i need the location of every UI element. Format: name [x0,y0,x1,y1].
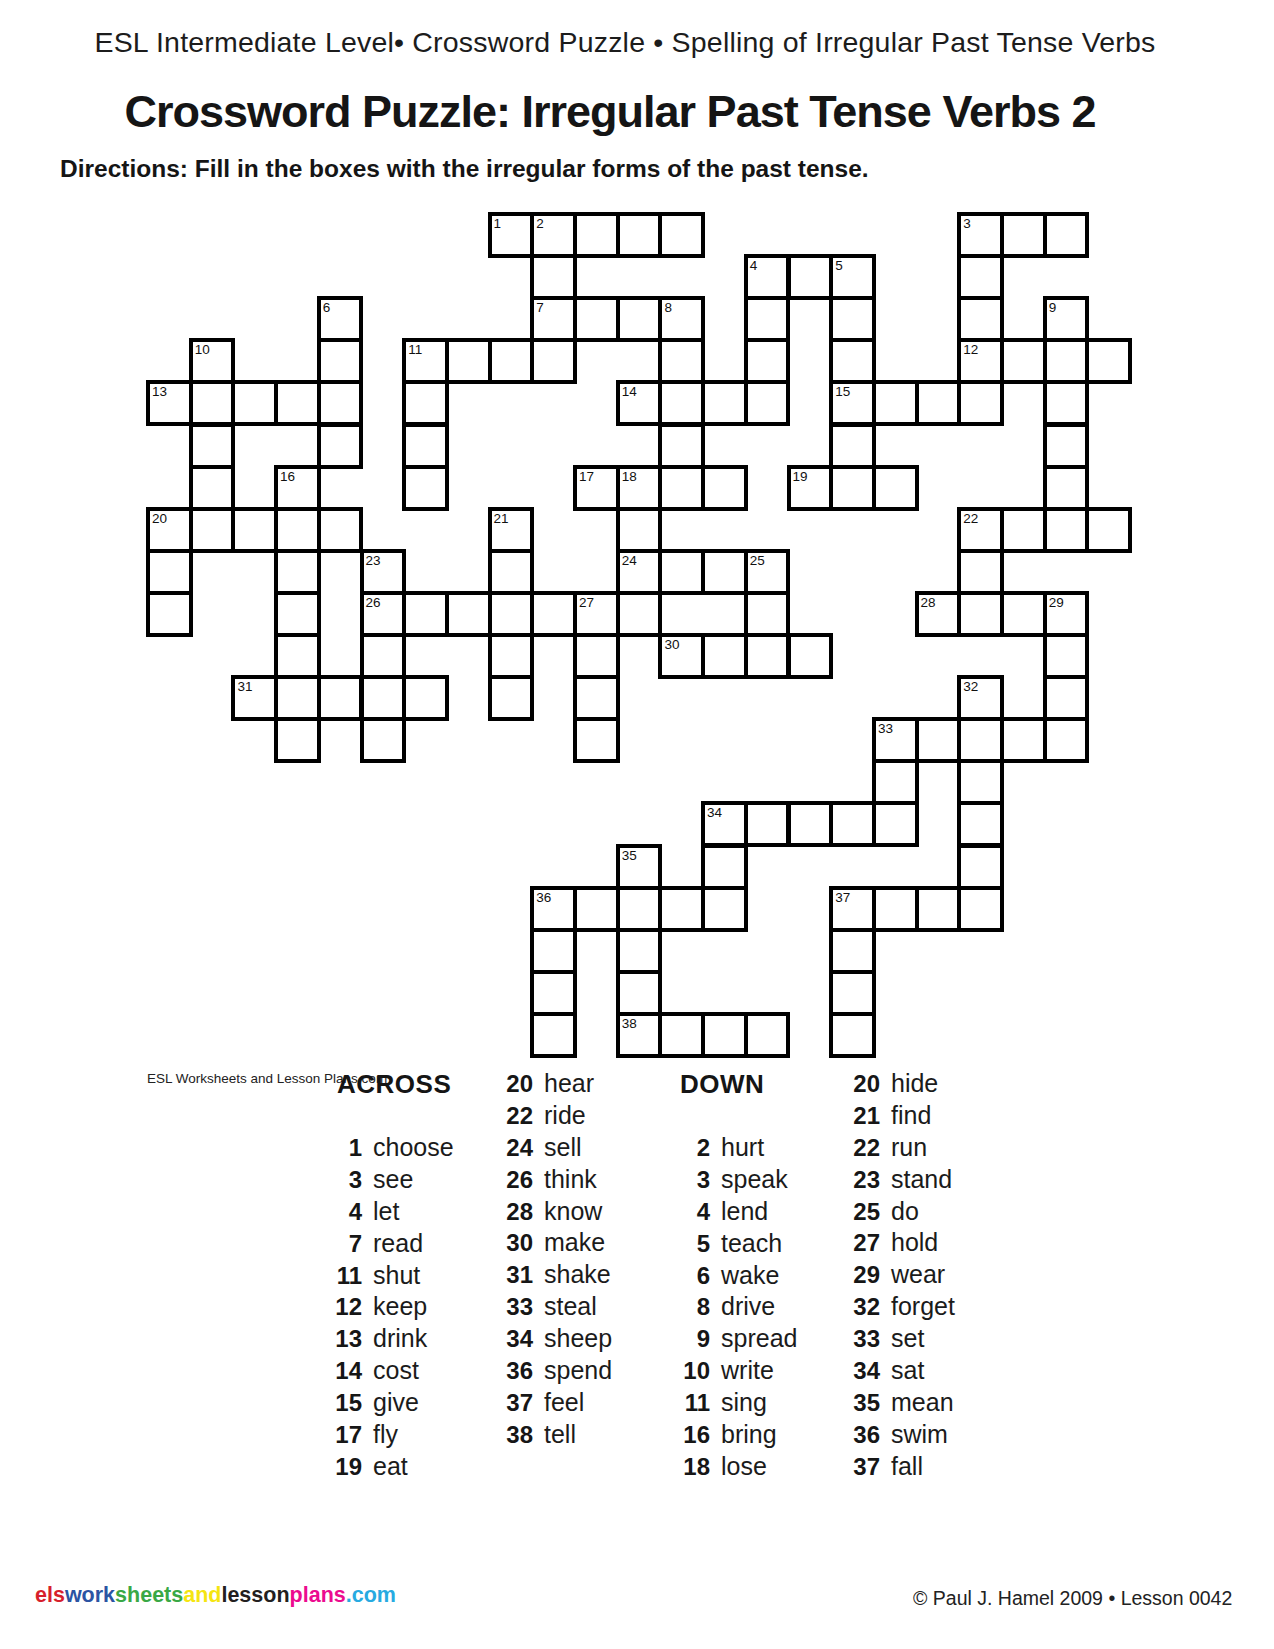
grid-cell[interactable] [957,380,1004,426]
grid-cell[interactable]: 12 [957,338,1004,384]
grid-cell[interactable] [616,928,663,974]
clue-number: 20 [152,512,167,527]
clue-item: 14cost [328,1356,454,1388]
grid-cell[interactable] [872,759,919,805]
grid-cell[interactable]: 38 [616,1012,663,1058]
grid-cell[interactable] [616,970,663,1016]
grid-cell[interactable]: 14 [616,380,663,426]
clue-item-word: make [544,1228,605,1257]
grid-cell[interactable] [616,296,663,342]
grid-cell[interactable]: 7 [530,296,577,342]
clue-number: 1 [494,217,502,232]
grid-cell[interactable] [915,380,962,426]
clue-item-number: 33 [499,1293,533,1321]
grid-cell[interactable]: 6 [317,296,364,342]
clue-item: 12keep [328,1292,454,1324]
grid-cell[interactable]: 4 [744,254,791,300]
grid-cell[interactable]: 28 [915,591,962,637]
grid-cell[interactable] [317,338,364,384]
grid-cell[interactable]: 2 [530,212,577,258]
grid-cell[interactable] [530,591,577,637]
logo-segment: lesson [221,1583,289,1607]
grid-cell[interactable] [573,296,620,342]
grid-cell[interactable] [402,675,449,721]
clue-item-word: give [373,1388,419,1417]
clue-item-word: lend [721,1197,768,1226]
logo-segment: .com [346,1583,396,1607]
grid-cell[interactable] [701,844,748,890]
grid-cell[interactable] [488,338,535,384]
grid-cell[interactable] [573,886,620,932]
grid-cell[interactable] [530,970,577,1016]
grid-cell[interactable]: 1 [488,212,535,258]
clue-item-word: wake [721,1261,779,1290]
grid-cell[interactable]: 3 [957,212,1004,258]
copyright-text: © Paul J. Hamel 2009 • Lesson 0042 [913,1587,1232,1610]
grid-cell[interactable] [274,549,321,595]
grid-cell[interactable] [274,717,321,763]
logo-segment: sheets [115,1583,183,1607]
grid-cell[interactable] [872,465,919,511]
grid-cell[interactable] [957,801,1004,847]
grid-cell[interactable] [957,591,1004,637]
clue-number: 3 [963,217,971,232]
down-clues-col2: 20hide21find22run23stand25do27hold29wear… [846,1069,955,1484]
grid-cell[interactable] [957,844,1004,890]
grid-cell[interactable] [658,886,705,932]
site-logo-link[interactable]: elsworksheetsandlessonplans.com [35,1583,396,1608]
grid-cell[interactable] [360,675,407,721]
grid-cell[interactable]: 13 [146,380,193,426]
grid-cell[interactable]: 11 [402,338,449,384]
clue-item-word: hide [891,1069,938,1098]
grid-cell[interactable] [957,759,1004,805]
clue-number: 14 [622,385,637,400]
grid-cell[interactable] [488,633,535,679]
grid-cell[interactable] [701,633,748,679]
grid-cell[interactable] [744,338,791,384]
logo-segment: and [183,1583,221,1607]
crossword-grid: 1234567891011121314151617181920212223242… [146,212,1136,1062]
grid-cell[interactable]: 20 [146,507,193,553]
clue-item-number: 23 [846,1166,880,1194]
grid-cell[interactable] [488,591,535,637]
clue-item-word: write [721,1356,774,1385]
grid-cell[interactable]: 18 [616,465,663,511]
grid-cell[interactable]: 21 [488,507,535,553]
grid-cell[interactable] [530,254,577,300]
clue-item: 36spend [499,1356,612,1388]
clue-number: 2 [536,217,544,232]
grid-cell[interactable] [744,380,791,426]
grid-cell[interactable] [658,212,705,258]
clue-number: 12 [963,343,978,358]
clue-item-number: 22 [846,1134,880,1162]
grid-cell[interactable] [1000,591,1047,637]
grid-cell[interactable] [658,465,705,511]
grid-cell[interactable] [146,549,193,595]
clue-item-word: wear [891,1260,945,1289]
clue-item: 38tell [499,1420,612,1452]
clue-item-word: see [373,1165,413,1194]
clue-number: 21 [494,512,509,527]
grid-cell[interactable] [872,886,919,932]
clue-item-number: 31 [499,1261,533,1289]
grid-cell[interactable] [317,675,364,721]
clue-item: 21find [846,1101,955,1133]
grid-cell[interactable] [701,1012,748,1058]
clue-item-number: 14 [328,1357,362,1385]
grid-cell[interactable] [1000,338,1047,384]
grid-cell[interactable] [317,380,364,426]
clue-item: 24sell [499,1133,612,1165]
clue-item-number: 11 [676,1389,710,1417]
grid-cell[interactable] [573,633,620,679]
grid-cell[interactable] [573,212,620,258]
clue-item-number: 3 [328,1166,362,1194]
grid-cell[interactable]: 30 [658,633,705,679]
clue-item-word: eat [373,1452,408,1481]
grid-cell[interactable] [616,591,663,637]
grid-cell[interactable] [658,380,705,426]
grid-cell[interactable] [189,423,236,469]
grid-cell[interactable] [573,717,620,763]
grid-cell[interactable] [915,886,962,932]
clue-item-word: fall [891,1452,923,1481]
grid-cell[interactable]: 32 [957,675,1004,721]
grid-cell[interactable] [402,423,449,469]
grid-cell[interactable] [829,423,876,469]
clue-item-word: shut [373,1261,420,1290]
clue-item-number: 36 [846,1421,880,1449]
clue-item: 7read [328,1229,454,1261]
grid-cell[interactable]: 9 [1043,296,1090,342]
clue-number: 17 [579,470,594,485]
clue-item: 6wake [676,1261,797,1293]
clue-item-word: run [891,1133,927,1162]
clue-item-number: 4 [328,1198,362,1226]
clue-item: 4let [328,1197,454,1229]
grid-cell[interactable] [1043,338,1090,384]
grid-cell[interactable] [701,465,748,511]
clue-item-word: set [891,1324,924,1353]
grid-cell[interactable] [829,928,876,974]
grid-cell[interactable] [658,1012,705,1058]
grid-cell[interactable] [573,675,620,721]
grid-cell[interactable] [829,465,876,511]
clue-item-number: 11 [328,1262,362,1290]
grid-cell[interactable] [274,507,321,553]
clue-item-number: 17 [328,1421,362,1449]
clue-item: 25do [846,1197,955,1229]
grid-cell[interactable] [402,591,449,637]
grid-cell[interactable] [658,338,705,384]
grid-cell[interactable]: 34 [701,801,748,847]
grid-cell[interactable] [317,423,364,469]
clue-item-number: 20 [846,1070,880,1098]
clue-number: 4 [750,259,758,274]
clue-item: 37fall [846,1452,955,1484]
grid-cell[interactable] [402,465,449,511]
clue-item-word: find [891,1101,931,1130]
clue-item-number: 16 [676,1421,710,1449]
clue-item-number: 5 [676,1230,710,1258]
clue-item-number: 18 [676,1453,710,1481]
grid-cell[interactable] [231,507,278,553]
clue-item-word: read [373,1229,423,1258]
clue-item-number: 38 [499,1421,533,1449]
clue-item-number: 22 [499,1102,533,1130]
across-clues-col2: 20hear22ride24sell26think28know30make31s… [499,1069,612,1452]
clue-item-number: 37 [846,1453,880,1481]
grid-cell[interactable] [402,380,449,426]
clue-item-word: cost [373,1356,419,1385]
grid-cell[interactable] [829,801,876,847]
clue-item-word: teach [721,1229,782,1258]
clue-item: 3see [328,1165,454,1197]
clue-item-word: think [544,1165,597,1194]
clue-item: 15give [328,1388,454,1420]
grid-cell[interactable] [1043,465,1090,511]
grid-cell[interactable] [829,1012,876,1058]
clue-item-number: 2 [676,1134,710,1162]
grid-cell[interactable] [445,591,492,637]
clue-item: 3speak [676,1165,797,1197]
grid-cell[interactable] [360,717,407,763]
grid-cell[interactable] [616,886,663,932]
grid-cell[interactable] [744,633,791,679]
clue-number: 13 [152,385,167,400]
grid-cell[interactable] [829,296,876,342]
grid-cell[interactable] [658,423,705,469]
grid-cell[interactable]: 27 [573,591,620,637]
clue-item-word: know [544,1197,602,1226]
grid-cell[interactable] [1043,423,1090,469]
grid-cell[interactable] [274,675,321,721]
grid-cell[interactable] [701,886,748,932]
clue-item: 34sheep [499,1324,612,1356]
grid-cell[interactable] [829,338,876,384]
grid-cell[interactable] [1043,633,1090,679]
clue-item-word: stand [891,1165,952,1194]
grid-cell[interactable] [1043,212,1090,258]
grid-cell[interactable] [616,212,663,258]
grid-cell[interactable] [957,886,1004,932]
clue-item: 22ride [499,1101,612,1133]
across-clues-col1: 1choose3see4let7read11shut12keep13drink1… [328,1133,454,1484]
clue-item: 13drink [328,1324,454,1356]
grid-cell[interactable] [744,801,791,847]
clue-item: 20hear [499,1069,612,1101]
grid-cell[interactable] [957,717,1004,763]
grid-cell[interactable] [488,675,535,721]
clue-item-word: let [373,1197,399,1226]
grid-cell[interactable] [787,633,834,679]
grid-cell[interactable] [530,928,577,974]
grid-cell[interactable] [787,801,834,847]
grid-cell[interactable]: 10 [189,338,236,384]
grid-cell[interactable] [658,549,705,595]
clue-item: 9spread [676,1324,797,1356]
clue-item-word: hold [891,1228,938,1257]
grid-cell[interactable]: 22 [957,507,1004,553]
clue-item: 23stand [846,1165,955,1197]
grid-cell[interactable]: 31 [231,675,278,721]
clue-number: 32 [963,680,978,695]
grid-cell[interactable] [317,507,364,553]
clue-item-word: drive [721,1292,775,1321]
grid-cell[interactable] [957,296,1004,342]
clue-item: 1choose [328,1133,454,1165]
grid-cell[interactable] [445,338,492,384]
clue-number: 11 [408,343,422,358]
clue-item-number: 29 [846,1261,880,1289]
grid-cell[interactable] [1043,507,1090,553]
grid-cell[interactable]: 19 [787,465,834,511]
clue-item: 29wear [846,1260,955,1292]
clue-number: 34 [707,806,722,821]
clue-item-number: 12 [328,1293,362,1321]
clue-item-number: 24 [499,1134,533,1162]
clue-number: 25 [750,554,765,569]
grid-cell[interactable] [1000,717,1047,763]
grid-cell[interactable]: 24 [616,549,663,595]
grid-cell[interactable] [274,591,321,637]
grid-cell[interactable] [1043,717,1090,763]
clue-number: 6 [323,301,331,316]
grid-cell[interactable]: 33 [872,717,919,763]
clue-item-word: spend [544,1356,612,1385]
clue-item-number: 33 [846,1325,880,1353]
clue-number: 8 [664,301,672,316]
tagline: ESL Intermediate Level• Crossword Puzzle… [0,26,1250,59]
grid-cell[interactable] [701,380,748,426]
grid-cell[interactable] [530,338,577,384]
clue-item-number: 27 [846,1229,880,1257]
grid-cell[interactable]: 35 [616,844,663,890]
grid-cell[interactable]: 37 [829,886,876,932]
grid-cell[interactable] [274,380,321,426]
clue-item: 17fly [328,1420,454,1452]
clue-item-number: 19 [328,1453,362,1481]
grid-cell[interactable] [829,970,876,1016]
grid-cell[interactable] [1000,212,1047,258]
clue-item-word: keep [373,1292,427,1321]
clue-item: 26think [499,1165,612,1197]
clue-number: 33 [878,722,893,737]
clue-item-number: 21 [846,1102,880,1130]
clue-item: 22run [846,1133,955,1165]
clue-item: 28know [499,1197,612,1229]
clue-number: 24 [622,554,637,569]
clue-number: 37 [835,891,850,906]
grid-cell[interactable] [744,296,791,342]
grid-cell[interactable] [616,507,663,553]
clue-item-number: 25 [846,1198,880,1226]
grid-cell[interactable]: 25 [744,549,791,595]
grid-cell[interactable] [787,254,834,300]
grid-cell[interactable]: 26 [360,591,407,637]
clue-item-word: shake [544,1260,611,1289]
clue-item-word: forget [891,1292,955,1321]
grid-cell[interactable] [360,633,407,679]
clue-item: 34sat [846,1356,955,1388]
clue-item-word: feel [544,1388,584,1417]
grid-cell[interactable] [274,633,321,679]
grid-cell[interactable] [872,380,919,426]
grid-cell[interactable] [872,801,919,847]
clue-item-number: 3 [676,1166,710,1194]
grid-cell[interactable] [744,1012,791,1058]
clue-item-word: drink [373,1324,427,1353]
clue-item-number: 9 [676,1325,710,1353]
clue-item-word: swim [891,1420,948,1449]
clue-item-word: hurt [721,1133,764,1162]
grid-cell[interactable] [1000,507,1047,553]
grid-cell[interactable]: 29 [1043,591,1090,637]
grid-cell[interactable] [957,549,1004,595]
clue-item: 35mean [846,1388,955,1420]
grid-cell[interactable] [957,254,1004,300]
grid-cell[interactable] [189,465,236,511]
clue-item-number: 1 [328,1134,362,1162]
grid-cell[interactable]: 36 [530,886,577,932]
grid-cell[interactable] [1043,380,1090,426]
grid-cell[interactable] [1085,338,1132,384]
clue-number: 28 [921,596,936,611]
worksheet-page: { "game": "crossword", "header": { "tagl… [0,0,1274,1649]
clue-item-number: 4 [676,1198,710,1226]
grid-cell[interactable]: 16 [274,465,321,511]
grid-cell[interactable] [189,507,236,553]
grid-cell[interactable]: 5 [829,254,876,300]
clue-number: 31 [237,680,252,695]
clue-item-word: sing [721,1388,767,1417]
clue-number: 35 [622,849,637,864]
grid-cell[interactable]: 23 [360,549,407,595]
clue-item-word: sell [544,1133,582,1162]
grid-cell[interactable] [1043,675,1090,721]
grid-cell[interactable]: 15 [829,380,876,426]
clue-item: 20hide [846,1069,955,1101]
directions: Directions: Fill in the boxes with the i… [60,155,869,183]
grid-cell[interactable] [1085,507,1132,553]
clue-item-word: sat [891,1356,924,1385]
clue-item-word: speak [721,1165,788,1194]
grid-cell[interactable] [231,380,278,426]
grid-cell[interactable]: 8 [658,296,705,342]
clue-item: 36swim [846,1420,955,1452]
grid-cell[interactable] [915,717,962,763]
grid-cell[interactable] [701,549,748,595]
clue-item-number: 30 [499,1229,533,1257]
grid-cell[interactable] [488,549,535,595]
clue-item-word: lose [721,1452,767,1481]
clue-number: 7 [536,301,544,316]
clue-number: 22 [963,512,978,527]
clue-item: 33steal [499,1292,612,1324]
clue-item-number: 13 [328,1325,362,1353]
clue-item-word: mean [891,1388,954,1417]
grid-cell[interactable]: 17 [573,465,620,511]
grid-cell[interactable] [189,380,236,426]
clue-number: 29 [1049,596,1064,611]
grid-cell[interactable] [744,591,791,637]
clue-item-word: choose [373,1133,454,1162]
grid-cell[interactable] [530,1012,577,1058]
grid-cell[interactable] [146,591,193,637]
logo-segment: els [35,1583,65,1607]
